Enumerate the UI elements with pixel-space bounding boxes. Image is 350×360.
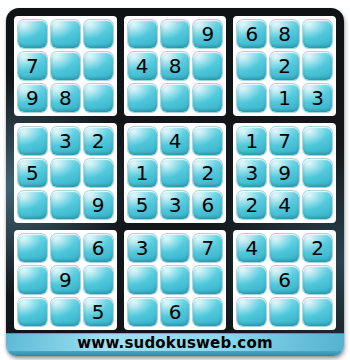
given-digit: 2	[245, 195, 258, 215]
cell-r9c3[interactable]: 5	[84, 298, 113, 326]
cell-r9c2[interactable]	[51, 298, 80, 326]
box-9: 426	[233, 230, 336, 330]
cell-r4c8[interactable]: 7	[270, 127, 299, 155]
cell-r8c9[interactable]	[303, 266, 332, 294]
cell-r8c7[interactable]	[237, 266, 266, 294]
given-digit: 3	[169, 195, 182, 215]
cell-r2c4[interactable]: 4	[128, 52, 157, 80]
cell-r9c5[interactable]: 6	[161, 298, 190, 326]
cell-r9c6[interactable]	[193, 298, 222, 326]
cell-r3c3[interactable]	[84, 84, 113, 112]
cell-r9c7[interactable]	[237, 298, 266, 326]
footer-bottom-edge	[6, 351, 344, 356]
given-digit: 3	[245, 163, 258, 183]
cell-r3c2[interactable]: 8	[51, 84, 80, 112]
cell-r8c1[interactable]	[18, 266, 47, 294]
cell-r1c1[interactable]	[18, 20, 47, 48]
page: 798948682133259412536173924695376426 www…	[0, 0, 350, 360]
cell-r3c7[interactable]	[237, 84, 266, 112]
given-digit: 5	[92, 302, 105, 322]
cell-r8c8[interactable]: 6	[270, 266, 299, 294]
cell-r7c7[interactable]: 4	[237, 234, 266, 262]
cell-r1c2[interactable]	[51, 20, 80, 48]
cell-r9c4[interactable]	[128, 298, 157, 326]
given-digit: 7	[26, 56, 39, 76]
box-3: 68213	[233, 16, 336, 116]
box-5: 412536	[124, 123, 227, 223]
cell-r9c9[interactable]	[303, 298, 332, 326]
given-digit: 3	[59, 131, 72, 151]
cell-r7c2[interactable]	[51, 234, 80, 262]
cell-r6c8[interactable]: 4	[270, 191, 299, 219]
given-digit: 1	[245, 131, 258, 151]
cell-r6c9[interactable]	[303, 191, 332, 219]
cell-r8c2[interactable]: 9	[51, 266, 80, 294]
cell-r2c8[interactable]: 2	[270, 52, 299, 80]
cell-r7c5[interactable]	[161, 234, 190, 262]
cell-r1c4[interactable]	[128, 20, 157, 48]
given-digit: 9	[26, 88, 39, 108]
given-digit: 6	[202, 195, 215, 215]
cell-r4c1[interactable]	[18, 127, 47, 155]
given-digit: 6	[278, 270, 291, 290]
given-digit: 9	[278, 163, 291, 183]
website-url[interactable]: www.sudokusweb.com	[77, 334, 272, 352]
cell-r5c9[interactable]	[303, 159, 332, 187]
cell-r6c2[interactable]	[51, 191, 80, 219]
given-digit: 1	[278, 88, 291, 108]
cell-r2c3[interactable]	[84, 52, 113, 80]
given-digit: 4	[278, 195, 291, 215]
cell-r9c8[interactable]	[270, 298, 299, 326]
cell-r4c5[interactable]: 4	[161, 127, 190, 155]
cell-r2c5[interactable]: 8	[161, 52, 190, 80]
cell-r2c6[interactable]	[193, 52, 222, 80]
given-digit: 6	[92, 238, 105, 258]
cell-r1c7[interactable]: 6	[237, 20, 266, 48]
cell-r5c8[interactable]: 9	[270, 159, 299, 187]
given-digit: 8	[169, 56, 182, 76]
given-digit: 2	[92, 131, 105, 151]
cell-r4c2[interactable]: 3	[51, 127, 80, 155]
cell-r7c3[interactable]: 6	[84, 234, 113, 262]
cell-r6c6[interactable]: 6	[193, 191, 222, 219]
given-digit: 6	[169, 302, 182, 322]
box-2: 948	[124, 16, 227, 116]
given-digit: 2	[278, 56, 291, 76]
cell-r3c1[interactable]: 9	[18, 84, 47, 112]
cell-r2c9[interactable]	[303, 52, 332, 80]
cell-r3c4[interactable]	[128, 84, 157, 112]
cell-r4c7[interactable]: 1	[237, 127, 266, 155]
cell-r9c1[interactable]	[18, 298, 47, 326]
cell-r1c8[interactable]: 8	[270, 20, 299, 48]
given-digit: 1	[136, 163, 149, 183]
given-digit: 2	[311, 238, 324, 258]
cell-r8c3[interactable]	[84, 266, 113, 294]
given-digit: 9	[202, 24, 215, 44]
cell-r2c2[interactable]	[51, 52, 80, 80]
box-8: 376	[124, 230, 227, 330]
cell-r7c8[interactable]	[270, 234, 299, 262]
given-digit: 5	[26, 163, 39, 183]
cell-r1c3[interactable]	[84, 20, 113, 48]
cell-r1c6[interactable]: 9	[193, 20, 222, 48]
box-7: 695	[14, 230, 117, 330]
given-digit: 9	[59, 270, 72, 290]
given-digit: 2	[202, 163, 215, 183]
given-digit: 6	[245, 24, 258, 44]
given-digit: 9	[92, 195, 105, 215]
cell-r4c4[interactable]	[128, 127, 157, 155]
box-6: 173924	[233, 123, 336, 223]
cell-r7c1[interactable]	[18, 234, 47, 262]
cell-r5c3[interactable]	[84, 159, 113, 187]
given-digit: 7	[278, 131, 291, 151]
cell-r7c9[interactable]: 2	[303, 234, 332, 262]
given-digit: 3	[311, 88, 324, 108]
given-digit: 3	[136, 238, 149, 258]
cell-r5c6[interactable]: 2	[193, 159, 222, 187]
given-digit: 8	[278, 24, 291, 44]
cell-r4c3[interactable]: 2	[84, 127, 113, 155]
given-digit: 5	[136, 195, 149, 215]
cell-r5c4[interactable]: 1	[128, 159, 157, 187]
cell-r1c9[interactable]	[303, 20, 332, 48]
cell-r5c2[interactable]	[51, 159, 80, 187]
cell-r3c5[interactable]	[161, 84, 190, 112]
cell-r7c6[interactable]: 7	[193, 234, 222, 262]
sudoku-board: 798948682133259412536173924695376426	[6, 8, 344, 333]
footer-bar: www.sudokusweb.com	[6, 333, 344, 351]
cell-r3c6[interactable]	[193, 84, 222, 112]
cell-r5c7[interactable]: 3	[237, 159, 266, 187]
given-digit: 4	[136, 56, 149, 76]
sudoku-grid: 798948682133259412536173924695376426	[14, 16, 336, 330]
cell-r8c6[interactable]	[193, 266, 222, 294]
cell-r3c8[interactable]: 1	[270, 84, 299, 112]
cell-r5c1[interactable]: 5	[18, 159, 47, 187]
box-4: 3259	[14, 123, 117, 223]
cell-r1c5[interactable]	[161, 20, 190, 48]
box-1: 798	[14, 16, 117, 116]
cell-r5c5[interactable]	[161, 159, 190, 187]
sudoku-widget: 798948682133259412536173924695376426 www…	[6, 8, 344, 356]
cell-r8c4[interactable]	[128, 266, 157, 294]
cell-r7c4[interactable]: 3	[128, 234, 157, 262]
cell-r4c9[interactable]	[303, 127, 332, 155]
cell-r2c7[interactable]	[237, 52, 266, 80]
given-digit: 7	[202, 238, 215, 258]
given-digit: 4	[245, 238, 258, 258]
cell-r6c1[interactable]	[18, 191, 47, 219]
cell-r6c5[interactable]: 3	[161, 191, 190, 219]
given-digit: 4	[169, 131, 182, 151]
cell-r3c9[interactable]: 3	[303, 84, 332, 112]
cell-r8c5[interactable]	[161, 266, 190, 294]
given-digit: 8	[59, 88, 72, 108]
cell-r6c7[interactable]: 2	[237, 191, 266, 219]
cell-r4c6[interactable]	[193, 127, 222, 155]
cell-r6c4[interactable]: 5	[128, 191, 157, 219]
cell-r6c3[interactable]: 9	[84, 191, 113, 219]
cell-r2c1[interactable]: 7	[18, 52, 47, 80]
